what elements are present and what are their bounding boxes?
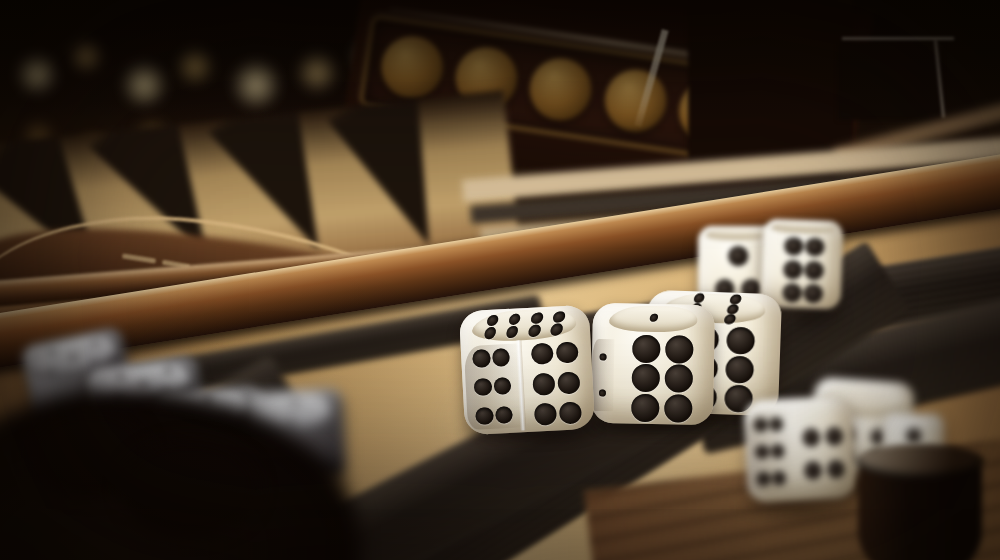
die-front-face	[591, 339, 614, 411]
die-front-face	[615, 335, 709, 423]
die-pip	[804, 461, 822, 479]
die-pip	[533, 373, 556, 396]
lower-right-die-left[interactable]	[743, 395, 856, 503]
die-pip	[599, 354, 606, 361]
die-pip	[165, 366, 172, 373]
die-pip	[472, 349, 491, 368]
die-pip	[49, 368, 55, 375]
die-top-face	[770, 221, 837, 235]
upper-right-die-right[interactable]	[760, 219, 843, 310]
die-top-face	[606, 306, 701, 334]
die-pip	[495, 406, 514, 425]
die-pip	[550, 324, 564, 336]
die-pip	[783, 284, 802, 303]
die-pip	[783, 260, 802, 279]
die-pip	[288, 419, 295, 425]
die-pip	[492, 348, 511, 367]
die-pip	[483, 328, 497, 340]
die-pip	[664, 394, 692, 422]
die-pip	[728, 246, 748, 266]
die-pip	[770, 444, 785, 459]
die-pip	[505, 327, 519, 339]
die-pip	[493, 377, 512, 396]
die-pip	[803, 284, 822, 303]
die-pip	[534, 403, 557, 426]
die-pip	[555, 341, 578, 364]
die-pip	[753, 418, 768, 433]
die-pip	[802, 429, 820, 447]
die-pip	[906, 428, 921, 443]
die-pip	[291, 400, 298, 406]
die-front-face	[773, 235, 833, 306]
die-pip	[528, 325, 542, 337]
die-pip	[784, 237, 803, 256]
die-pip	[71, 354, 77, 361]
dice-cup[interactable]	[856, 444, 990, 560]
die-pip	[49, 349, 55, 356]
die-pip	[805, 238, 824, 257]
die-front-face	[746, 411, 793, 493]
die-pip	[474, 378, 493, 397]
die-pip	[769, 417, 784, 432]
die-front-face	[794, 416, 852, 490]
die-pip	[140, 380, 147, 387]
die-pip	[508, 314, 522, 326]
die-pip	[552, 312, 566, 324]
die-pip	[530, 313, 544, 325]
backgammon-scene	[0, 0, 1000, 560]
die-pip	[725, 356, 753, 384]
foreground-blur-piece	[120, 438, 260, 538]
die-pip	[772, 471, 787, 486]
die-pip	[723, 314, 736, 325]
die-pip	[755, 445, 770, 460]
die-pip	[599, 390, 606, 397]
center-middle-die[interactable]	[591, 303, 715, 425]
die-pip	[756, 472, 771, 487]
die-front-face	[520, 337, 592, 430]
die-pip	[117, 373, 124, 380]
die-pip	[666, 335, 694, 363]
die-pip	[804, 261, 823, 280]
die-pip	[631, 393, 659, 421]
die-pip	[531, 342, 554, 365]
die-pip	[825, 427, 843, 445]
die-pip	[827, 460, 845, 478]
die-pip	[632, 364, 660, 392]
die-pip	[632, 335, 660, 363]
die-pip	[665, 365, 693, 393]
die-front-face	[463, 343, 522, 430]
die-pip	[475, 407, 494, 426]
dice-cup-rim	[856, 444, 984, 478]
die-pip	[486, 315, 500, 327]
die-pip	[92, 359, 98, 366]
die-pip	[726, 327, 754, 355]
die-pip	[649, 314, 660, 323]
die-top-face	[705, 228, 772, 240]
center-left-die[interactable]	[459, 305, 595, 436]
die-pip	[557, 371, 580, 394]
die-pip	[559, 402, 582, 425]
die-pip	[92, 339, 98, 346]
